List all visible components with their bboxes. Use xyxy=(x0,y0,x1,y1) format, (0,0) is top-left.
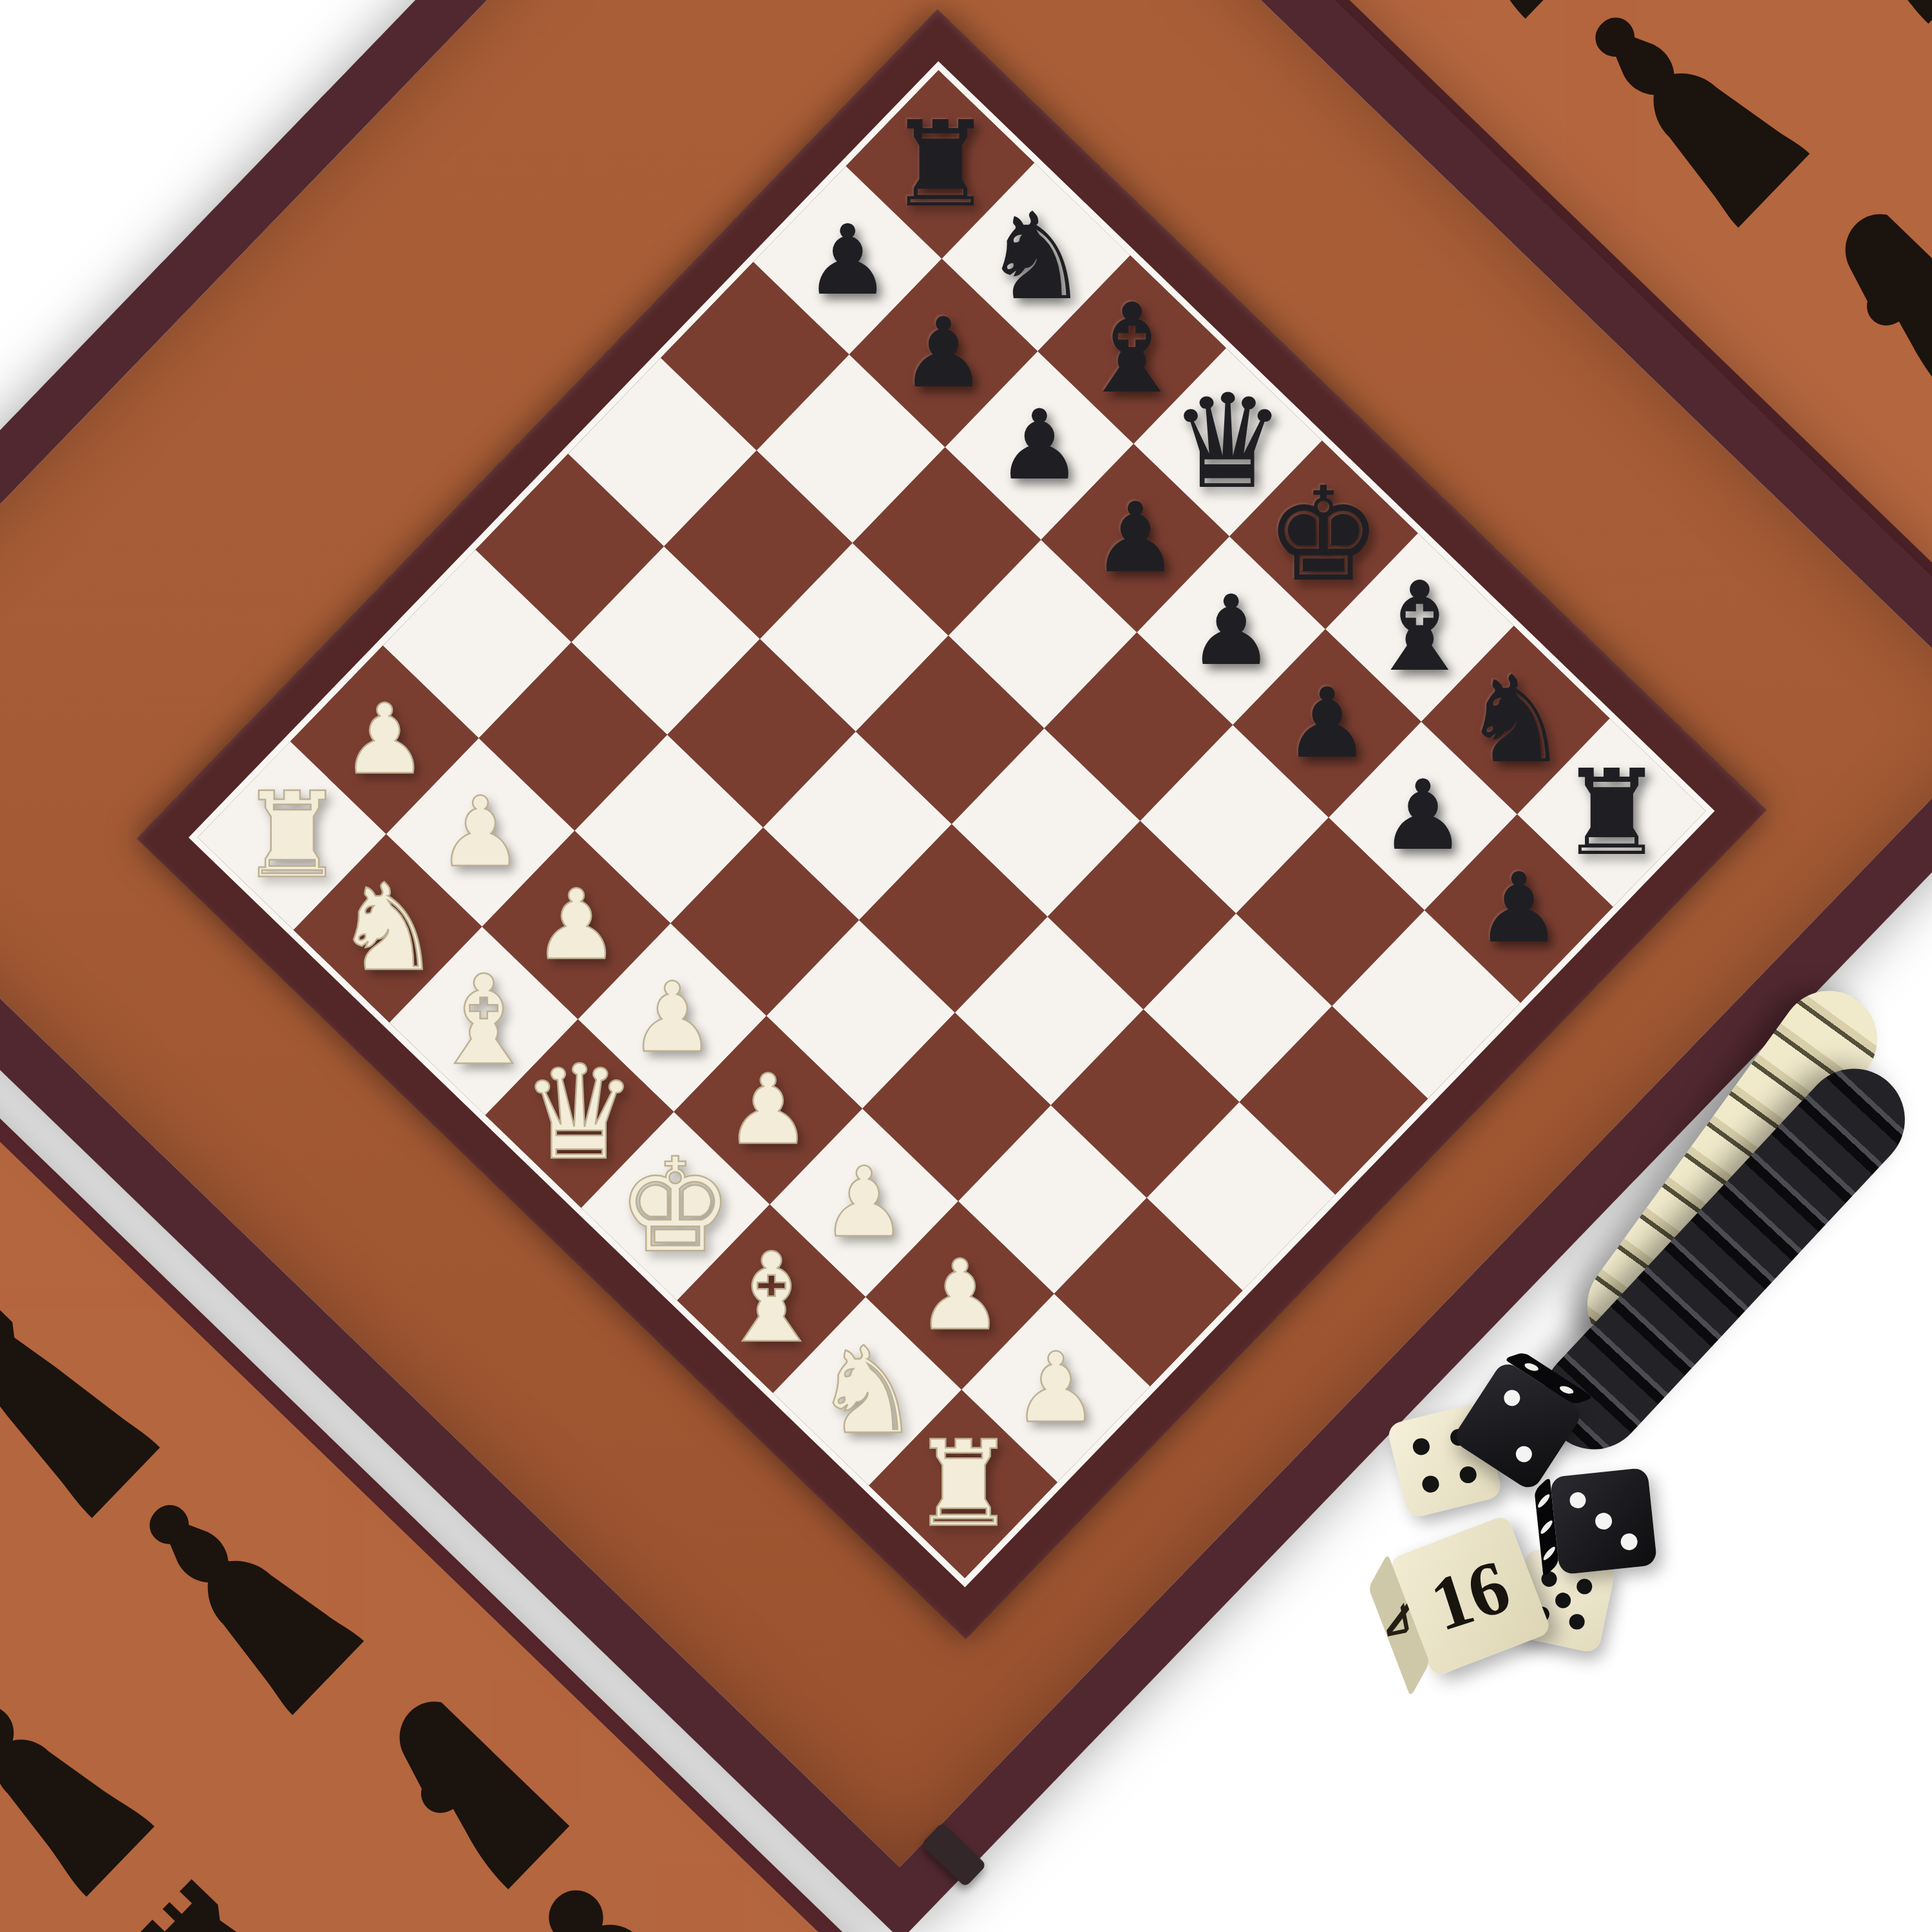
doubling-cube[interactable]: 16 4 xyxy=(1388,1514,1551,1677)
piece-black-knight[interactable]: ♞ xyxy=(982,196,1090,316)
die-pip xyxy=(1513,1443,1535,1465)
piece-black-bishop[interactable]: ♝ xyxy=(1364,565,1475,689)
piece-white-pawn[interactable]: ♟ xyxy=(437,784,524,880)
piece-black-pawn[interactable]: ♟ xyxy=(1188,582,1274,679)
chess-board: ♜♞♝♛♚♝♞♜♟♟♟♟♟♟♟♟♟♟♟♟♟♟♟♟♜♞♝♛♚♝♞♜ xyxy=(189,61,1715,1587)
doubling-cube-side-face: 4 xyxy=(1368,1553,1430,1698)
piece-black-pawn[interactable]: ♟ xyxy=(996,397,1083,493)
die-pip xyxy=(1421,1474,1441,1494)
piece-white-rook[interactable]: ♜ xyxy=(239,776,345,895)
piece-black-pawn[interactable]: ♟ xyxy=(1379,767,1466,864)
piece-black-pawn[interactable]: ♟ xyxy=(1475,860,1562,956)
doubling-cube-side-value: 4 xyxy=(1377,1586,1421,1665)
die-pip xyxy=(1458,1464,1478,1484)
knight-silhouette-icon xyxy=(308,1656,579,1923)
piece-black-knight[interactable]: ♞ xyxy=(1462,659,1569,779)
die-pip xyxy=(1554,1591,1572,1609)
piece-white-rook[interactable]: ♜ xyxy=(910,1425,1016,1543)
piece-white-bishop[interactable]: ♝ xyxy=(716,1236,827,1360)
piece-white-knight[interactable]: ♞ xyxy=(334,868,442,988)
piece-white-pawn[interactable]: ♟ xyxy=(820,1154,907,1251)
doubling-cube-value: 16 xyxy=(1421,1542,1520,1649)
piece-black-pawn[interactable]: ♟ xyxy=(1283,675,1370,772)
piece-black-pawn[interactable]: ♟ xyxy=(804,212,891,308)
die-pip xyxy=(1501,1387,1523,1409)
piece-black-pawn[interactable]: ♟ xyxy=(1092,489,1178,586)
piece-black-rook[interactable]: ♜ xyxy=(887,105,993,223)
die-pip xyxy=(1620,1533,1638,1551)
piece-white-pawn[interactable]: ♟ xyxy=(1012,1340,1099,1436)
die-pip xyxy=(1595,1512,1613,1530)
piece-white-pawn[interactable]: ♟ xyxy=(916,1247,1003,1343)
piece-white-knight[interactable]: ♞ xyxy=(813,1331,921,1451)
bishop-silhouette-icon xyxy=(109,1464,380,1731)
die-pip xyxy=(1411,1437,1431,1457)
piece-black-pawn[interactable]: ♟ xyxy=(900,304,987,401)
piece-white-pawn[interactable]: ♟ xyxy=(341,691,428,788)
die-pip xyxy=(1567,1613,1586,1631)
black-die[interactable] xyxy=(1549,1467,1657,1575)
piece-white-pawn[interactable]: ♟ xyxy=(533,876,620,973)
piece-white-pawn[interactable]: ♟ xyxy=(724,1061,811,1158)
bishop-silhouette-icon xyxy=(1555,0,1826,243)
piece-black-rook[interactable]: ♜ xyxy=(1558,753,1665,871)
die-pip xyxy=(1575,1577,1593,1595)
die-pip xyxy=(1569,1491,1587,1509)
piece-white-pawn[interactable]: ♟ xyxy=(629,969,715,1065)
